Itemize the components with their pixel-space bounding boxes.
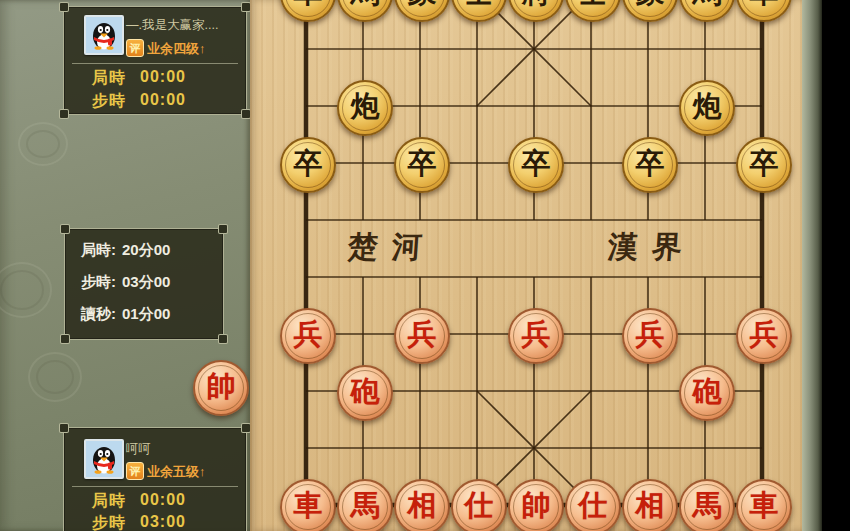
rule-move-time-label: 步時:: [81, 273, 116, 292]
xiangqi-piece[interactable]: 卒: [622, 137, 678, 193]
qq-penguin-icon: [86, 441, 122, 477]
xiangqi-piece[interactable]: 炮: [679, 80, 735, 136]
xiangqi-piece[interactable]: 馬: [337, 479, 393, 531]
bottom-player-rank: 业余五级↑: [147, 463, 206, 481]
rule-byoyomi-value: 01分00: [122, 305, 170, 324]
xiangqi-piece[interactable]: 仕: [565, 479, 621, 531]
rule-game-time: 局時: 20分00: [81, 241, 170, 260]
xiangqi-piece[interactable]: 兵: [394, 308, 450, 364]
top-player-name: —.我是大赢家....: [126, 17, 218, 34]
xiangqi-piece[interactable]: 車: [280, 479, 336, 531]
rating-badge-icon: 评: [126, 39, 144, 57]
xiangqi-piece[interactable]: 相: [394, 479, 450, 531]
xiangqi-piece[interactable]: 卒: [394, 137, 450, 193]
bottom-player-panel: 呵呵 评 业余五级↑ 局時 00:00 步時 03:00: [63, 427, 247, 531]
rule-move-time-value: 03分00: [122, 273, 170, 292]
rule-byoyomi-label: 讀秒:: [81, 305, 116, 324]
xiangqi-board[interactable]: 楚河 漢界 車馬象士將士象馬車炮炮卒卒卒卒卒兵兵兵兵兵砲砲車馬相仕帥仕相馬車: [250, 0, 802, 531]
xiangqi-piece[interactable]: 砲: [679, 365, 735, 421]
xiangqi-piece[interactable]: 卒: [508, 137, 564, 193]
move-time-label: 步時: [92, 91, 126, 112]
qq-penguin-icon: [86, 17, 122, 53]
xiangqi-piece[interactable]: 相: [622, 479, 678, 531]
bottom-player-name: 呵呵: [126, 441, 151, 458]
xiangqi-piece[interactable]: 兵: [508, 308, 564, 364]
cloud-decoration: [0, 262, 52, 318]
game-window: —.我是大赢家.... 评 业余四级↑ 局時 00:00 步時 00:00 局時…: [0, 0, 850, 531]
xiangqi-piece[interactable]: 車: [736, 479, 792, 531]
xiangqi-piece[interactable]: 卒: [280, 137, 336, 193]
game-time-label: 局時: [92, 68, 126, 89]
divider: [72, 63, 238, 64]
rule-move-time: 步時: 03分00: [81, 273, 170, 292]
move-time-value: 00:00: [140, 91, 186, 112]
xiangqi-piece[interactable]: 馬: [679, 479, 735, 531]
move-time-value: 03:00: [140, 513, 186, 531]
cloud-decoration: [28, 352, 82, 402]
top-player-avatar[interactable]: [84, 15, 124, 55]
sidebar: —.我是大赢家.... 评 业余四级↑ 局時 00:00 步時 00:00 局時…: [0, 0, 250, 531]
xiangqi-piece[interactable]: 兵: [280, 308, 336, 364]
bottom-player-game-time: 局時 00:00: [92, 491, 186, 512]
xiangqi-piece[interactable]: 兵: [622, 308, 678, 364]
bottom-player-avatar[interactable]: [84, 439, 124, 479]
xiangqi-piece[interactable]: 砲: [337, 365, 393, 421]
rule-game-time-value: 20分00: [122, 241, 170, 260]
top-player-rank: 业余四级↑: [147, 40, 206, 58]
river-label-right: 漢界: [607, 227, 698, 268]
river-label-left: 楚河: [347, 227, 438, 268]
xiangqi-piece[interactable]: 帥: [508, 479, 564, 531]
cloud-decoration: [18, 122, 68, 166]
move-time-label: 步時: [92, 513, 126, 531]
top-player-panel: —.我是大赢家.... 评 业余四级↑ 局時 00:00 步時 00:00: [63, 6, 247, 115]
xiangqi-piece[interactable]: 兵: [736, 308, 792, 364]
divider: [72, 486, 238, 487]
side-indicator-piece: 帥: [193, 360, 249, 416]
board-right-edge: [802, 0, 822, 531]
top-player-move-time: 步時 00:00: [92, 91, 186, 112]
game-time-value: 00:00: [140, 491, 186, 512]
rule-byoyomi: 讀秒: 01分00: [81, 305, 170, 324]
game-time-label: 局時: [92, 491, 126, 512]
bottom-player-move-time: 步時 03:00: [92, 513, 186, 531]
board-grid: [250, 0, 802, 531]
top-player-game-time: 局時 00:00: [92, 68, 186, 89]
rating-badge-icon: 评: [126, 462, 144, 480]
xiangqi-piece[interactable]: 炮: [337, 80, 393, 136]
xiangqi-piece[interactable]: 仕: [451, 479, 507, 531]
xiangqi-piece[interactable]: 卒: [736, 137, 792, 193]
game-time-value: 00:00: [140, 68, 186, 89]
rule-game-time-label: 局時:: [81, 241, 116, 260]
time-rules-panel: 局時: 20分00 步時: 03分00 讀秒: 01分00: [64, 228, 224, 340]
